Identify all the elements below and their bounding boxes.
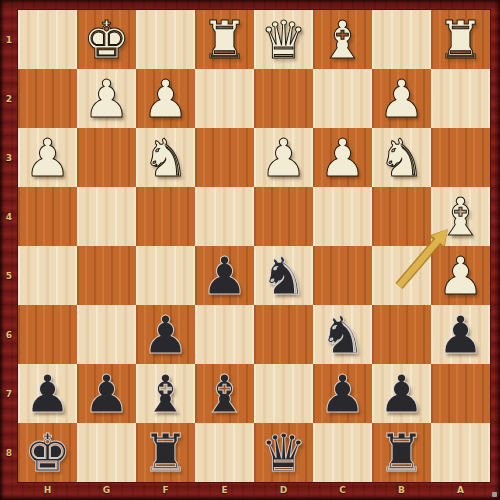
square-h8[interactable]: ♚ [18, 423, 77, 482]
square-h3[interactable]: ♟ [18, 128, 77, 187]
square-e8[interactable] [195, 423, 254, 482]
square-a8[interactable] [431, 423, 490, 482]
square-d4[interactable] [254, 187, 313, 246]
square-d1[interactable]: ♛ [254, 10, 313, 69]
black-king[interactable]: ♚ [24, 424, 71, 482]
white-queen[interactable]: ♛ [260, 11, 307, 69]
square-a2[interactable] [431, 69, 490, 128]
black-pawn[interactable]: ♟ [201, 247, 248, 305]
square-c5[interactable] [313, 246, 372, 305]
chess-board-widget: ♚♜♛♝♜♟♟♟♟♞♟♟♞♝♟♞♟♟♞♟♟♟♝♝♟♟♚♜♛♜ 12345678 … [0, 0, 500, 500]
white-knight[interactable]: ♞ [142, 129, 189, 187]
white-pawn[interactable]: ♟ [24, 129, 71, 187]
square-g3[interactable] [77, 128, 136, 187]
black-knight[interactable]: ♞ [260, 247, 307, 305]
square-g6[interactable] [77, 305, 136, 364]
square-a6[interactable]: ♟ [431, 305, 490, 364]
white-pawn[interactable]: ♟ [378, 70, 425, 128]
square-b6[interactable] [372, 305, 431, 364]
square-g7[interactable]: ♟ [77, 364, 136, 423]
rank-label-1: 1 [0, 35, 18, 45]
black-pawn[interactable]: ♟ [378, 365, 425, 423]
square-f7[interactable]: ♝ [136, 364, 195, 423]
black-bishop[interactable]: ♝ [142, 365, 189, 423]
square-f3[interactable]: ♞ [136, 128, 195, 187]
black-rook[interactable]: ♜ [142, 424, 189, 482]
square-g8[interactable] [77, 423, 136, 482]
file-label-a: A [431, 482, 490, 500]
white-pawn[interactable]: ♟ [142, 70, 189, 128]
square-d6[interactable] [254, 305, 313, 364]
square-b5[interactable] [372, 246, 431, 305]
file-label-h: H [18, 482, 77, 500]
corner-dot [492, 492, 497, 497]
square-g1[interactable]: ♚ [77, 10, 136, 69]
file-label-e: E [195, 482, 254, 500]
white-bishop[interactable]: ♝ [319, 11, 366, 69]
rank-label-5: 5 [0, 271, 18, 281]
square-b4[interactable] [372, 187, 431, 246]
square-b3[interactable]: ♞ [372, 128, 431, 187]
square-c6[interactable]: ♞ [313, 305, 372, 364]
square-b8[interactable]: ♜ [372, 423, 431, 482]
square-d8[interactable]: ♛ [254, 423, 313, 482]
rank-label-8: 8 [0, 448, 18, 458]
square-e5[interactable]: ♟ [195, 246, 254, 305]
square-h6[interactable] [18, 305, 77, 364]
square-e2[interactable] [195, 69, 254, 128]
square-h4[interactable] [18, 187, 77, 246]
white-rook[interactable]: ♜ [201, 11, 248, 69]
chess-board[interactable]: ♚♜♛♝♜♟♟♟♟♞♟♟♞♝♟♞♟♟♞♟♟♟♝♝♟♟♚♜♛♜ [18, 10, 490, 482]
square-a4[interactable]: ♝ [431, 187, 490, 246]
white-knight[interactable]: ♞ [378, 129, 425, 187]
square-d3[interactable]: ♟ [254, 128, 313, 187]
square-h2[interactable] [18, 69, 77, 128]
square-h7[interactable]: ♟ [18, 364, 77, 423]
white-pawn[interactable]: ♟ [319, 129, 366, 187]
black-pawn[interactable]: ♟ [437, 306, 484, 364]
square-h5[interactable] [18, 246, 77, 305]
square-b7[interactable]: ♟ [372, 364, 431, 423]
file-label-g: G [77, 482, 136, 500]
black-rook[interactable]: ♜ [378, 424, 425, 482]
white-king[interactable]: ♚ [83, 11, 130, 69]
file-label-d: D [254, 482, 313, 500]
square-c1[interactable]: ♝ [313, 10, 372, 69]
rank-label-2: 2 [0, 94, 18, 104]
file-label-b: B [372, 482, 431, 500]
square-g5[interactable] [77, 246, 136, 305]
square-e3[interactable] [195, 128, 254, 187]
square-g4[interactable] [77, 187, 136, 246]
black-knight[interactable]: ♞ [319, 306, 366, 364]
square-e1[interactable]: ♜ [195, 10, 254, 69]
square-f6[interactable]: ♟ [136, 305, 195, 364]
black-queen[interactable]: ♛ [260, 424, 307, 482]
rank-label-3: 3 [0, 153, 18, 163]
square-f8[interactable]: ♜ [136, 423, 195, 482]
square-f2[interactable]: ♟ [136, 69, 195, 128]
square-f1[interactable] [136, 10, 195, 69]
square-a5[interactable]: ♟ [431, 246, 490, 305]
white-rook[interactable]: ♜ [437, 11, 484, 69]
file-label-c: C [313, 482, 372, 500]
square-d2[interactable] [254, 69, 313, 128]
square-e7[interactable]: ♝ [195, 364, 254, 423]
white-pawn[interactable]: ♟ [437, 247, 484, 305]
black-pawn[interactable]: ♟ [24, 365, 71, 423]
square-c7[interactable]: ♟ [313, 364, 372, 423]
black-pawn[interactable]: ♟ [83, 365, 130, 423]
square-e4[interactable] [195, 187, 254, 246]
square-e6[interactable] [195, 305, 254, 364]
black-bishop[interactable]: ♝ [201, 365, 248, 423]
square-g2[interactable]: ♟ [77, 69, 136, 128]
square-c3[interactable]: ♟ [313, 128, 372, 187]
square-f4[interactable] [136, 187, 195, 246]
square-c2[interactable] [313, 69, 372, 128]
rank-label-7: 7 [0, 389, 18, 399]
rank-label-6: 6 [0, 330, 18, 340]
white-pawn[interactable]: ♟ [260, 129, 307, 187]
square-a7[interactable] [431, 364, 490, 423]
white-bishop[interactable]: ♝ [437, 188, 484, 246]
square-a1[interactable]: ♜ [431, 10, 490, 69]
square-b1[interactable] [372, 10, 431, 69]
rank-label-4: 4 [0, 212, 18, 222]
square-d7[interactable] [254, 364, 313, 423]
square-a3[interactable] [431, 128, 490, 187]
square-f5[interactable] [136, 246, 195, 305]
white-pawn[interactable]: ♟ [83, 70, 130, 128]
square-c4[interactable] [313, 187, 372, 246]
black-pawn[interactable]: ♟ [319, 365, 366, 423]
square-c8[interactable] [313, 423, 372, 482]
black-pawn[interactable]: ♟ [142, 306, 189, 364]
square-h1[interactable] [18, 10, 77, 69]
square-b2[interactable]: ♟ [372, 69, 431, 128]
square-d5[interactable]: ♞ [254, 246, 313, 305]
file-label-f: F [136, 482, 195, 500]
